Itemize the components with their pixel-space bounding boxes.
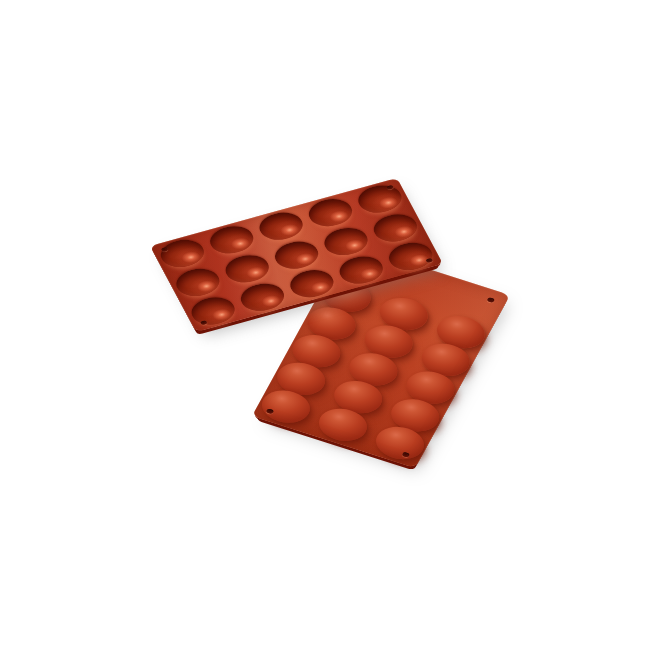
half-sphere-cavity: [235, 279, 289, 315]
half-sphere-cavity: [254, 208, 308, 244]
corner-hole: [425, 258, 433, 263]
half-sphere-cavity: [186, 293, 240, 329]
half-sphere-cavity: [269, 237, 323, 273]
corner-hole: [486, 297, 495, 303]
half-sphere-cavity: [171, 264, 225, 300]
half-sphere-cavity: [353, 181, 407, 217]
half-sphere-cavity: [303, 195, 357, 231]
half-sphere-cavity: [220, 251, 274, 287]
half-sphere-cavity: [155, 235, 209, 271]
half-sphere-cavity: [319, 223, 373, 259]
half-sphere-cavity: [368, 210, 422, 246]
half-sphere-cavity: [205, 222, 259, 258]
product-photo: [0, 0, 664, 664]
